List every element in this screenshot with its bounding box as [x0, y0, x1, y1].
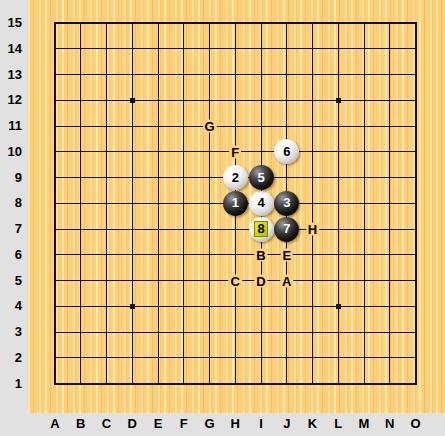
letter-mark-b[interactable]: B [254, 248, 267, 261]
letter-mark-e[interactable]: E [280, 248, 293, 261]
column-label-e: E [148, 413, 168, 435]
column-label-d: D [122, 413, 142, 435]
grid-line [55, 229, 416, 230]
stone-number: 8 [254, 221, 267, 237]
grid-line [312, 23, 313, 384]
row-label-14: 14 [0, 41, 22, 57]
row-label-13: 13 [0, 67, 22, 83]
stone-black-7[interactable]: 7 [274, 217, 299, 242]
row-label-1: 1 [0, 376, 22, 392]
grid-line [55, 254, 416, 255]
grid-line [389, 23, 390, 384]
grid-line [338, 23, 339, 384]
grid-line [55, 306, 416, 307]
grid-line [55, 332, 416, 333]
column-label-k: K [303, 413, 323, 435]
stone-number: 4 [257, 196, 264, 210]
stone-black-3[interactable]: 3 [274, 191, 299, 216]
column-label-c: C [97, 413, 117, 435]
row-label-3: 3 [0, 324, 22, 340]
row-label-15: 15 [0, 15, 22, 31]
grid-line [364, 23, 365, 384]
stone-white-2[interactable]: 2 [223, 165, 248, 190]
star-point [130, 98, 135, 103]
grid-line [55, 357, 416, 358]
stone-number: 7 [283, 222, 290, 236]
stone-number: 6 [283, 145, 290, 159]
star-point [336, 304, 341, 309]
star-point [336, 98, 341, 103]
row-label-9: 9 [0, 170, 22, 186]
letter-mark-c[interactable]: C [229, 274, 242, 287]
column-label-a: A [45, 413, 65, 435]
column-label-h: H [225, 413, 245, 435]
stone-black-1[interactable]: 1 [223, 191, 248, 216]
stone-number: 1 [232, 196, 239, 210]
row-label-4: 4 [0, 298, 22, 314]
star-point [130, 304, 135, 309]
row-label-10: 10 [0, 144, 22, 160]
row-label-6: 6 [0, 247, 22, 263]
stone-number: 2 [232, 171, 239, 185]
row-label-7: 7 [0, 221, 22, 237]
stone-number: 5 [257, 171, 264, 185]
column-label-f: F [174, 413, 194, 435]
stone-white-8[interactable]: 8 [249, 217, 274, 242]
row-label-5: 5 [0, 273, 22, 289]
column-label-o: O [406, 413, 426, 435]
row-label-12: 12 [0, 92, 22, 108]
letter-mark-g[interactable]: G [202, 120, 216, 133]
letter-mark-h[interactable]: H [306, 223, 319, 236]
stone-number: 3 [283, 196, 290, 210]
board-grid[interactable]: ABCDEFGH12345678 [55, 23, 416, 384]
column-label-m: M [354, 413, 374, 435]
column-label-l: L [328, 413, 348, 435]
column-label-g: G [200, 413, 220, 435]
letter-mark-f[interactable]: F [229, 145, 241, 158]
letter-mark-d[interactable]: D [254, 274, 267, 287]
column-label-n: N [380, 413, 400, 435]
grid-line [415, 23, 416, 384]
column-label-j: J [277, 413, 297, 435]
letter-mark-a[interactable]: A [280, 274, 293, 287]
column-label-b: B [71, 413, 91, 435]
renju-board-viewer: ABCDEFGH12345678 151413121110987654321 A… [0, 0, 445, 436]
row-label-11: 11 [0, 118, 22, 134]
stone-white-6[interactable]: 6 [274, 139, 299, 164]
column-label-i: I [251, 413, 271, 435]
row-label-8: 8 [0, 195, 22, 211]
stone-black-5[interactable]: 5 [249, 165, 274, 190]
grid-line [55, 383, 416, 384]
stone-white-4[interactable]: 4 [249, 191, 274, 216]
row-label-2: 2 [0, 350, 22, 366]
